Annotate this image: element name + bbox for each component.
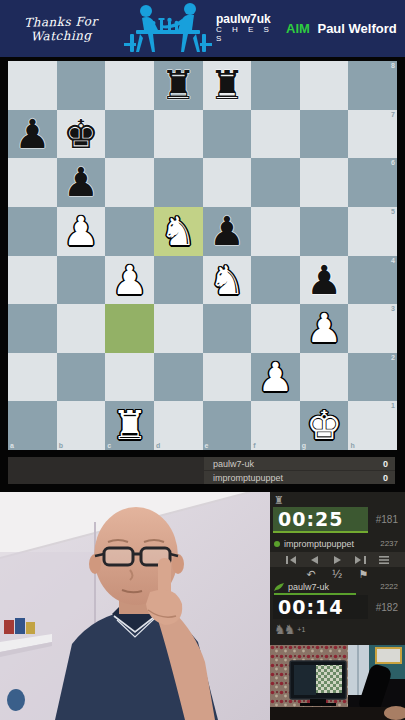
banner-tagline: Thanks For Watching — [0, 13, 122, 43]
game-number-top: #181 — [376, 514, 398, 525]
square-f5[interactable] — [251, 207, 300, 256]
captured-pieces: ♞♞ +1 — [274, 622, 305, 637]
square-e5[interactable]: ♟ — [203, 207, 252, 256]
square-h3[interactable]: 3 — [348, 304, 397, 353]
square-h4[interactable]: 4 — [348, 256, 397, 305]
square-a4[interactable] — [8, 256, 57, 305]
square-a3[interactable] — [8, 304, 57, 353]
square-a8[interactable] — [8, 61, 57, 110]
file-label: g — [302, 442, 306, 449]
streamer-title: AIM Paul Welford — [286, 21, 397, 36]
file-label: h — [350, 442, 354, 449]
square-c2[interactable] — [105, 353, 154, 402]
square-g4[interactable]: ♟ — [300, 256, 349, 305]
right-column: ♜ 00:25 #181 impromptupuppet 2237 — [270, 492, 405, 720]
square-a5[interactable] — [8, 207, 57, 256]
square-c5[interactable] — [105, 207, 154, 256]
square-b5[interactable]: ♟ — [57, 207, 106, 256]
square-h6[interactable]: 6 — [348, 158, 397, 207]
last-move-button[interactable] — [355, 555, 367, 564]
black-king[interactable]: ♚ — [57, 110, 106, 159]
square-g6[interactable] — [300, 158, 349, 207]
file-label: f — [253, 442, 255, 449]
opponent-clock: 00:25 — [273, 507, 368, 533]
lichess-clock-panel: ♜ 00:25 #181 impromptupuppet 2237 — [270, 492, 405, 645]
square-g1[interactable]: ♚g — [300, 401, 349, 450]
first-move-button[interactable] — [286, 555, 298, 564]
square-h7[interactable]: 7 — [348, 110, 397, 159]
square-d4[interactable] — [154, 256, 203, 305]
square-d2[interactable] — [154, 353, 203, 402]
black-pawn[interactable]: ♟ — [300, 256, 349, 305]
white-knight[interactable]: ♞ — [154, 207, 203, 256]
streamer-rating: 2222 — [380, 582, 398, 591]
black-pawn[interactable]: ♟ — [57, 158, 106, 207]
black-pawn[interactable]: ♟ — [8, 110, 57, 159]
streamer-username: paulw7-uk — [288, 582, 356, 592]
white-pawn[interactable]: ♟ — [57, 207, 106, 256]
captured-knights-icon: ♞♞ — [274, 622, 293, 637]
score-value: 0 — [383, 473, 395, 483]
file-label: d — [156, 442, 160, 449]
scoreboard-spacer — [8, 457, 204, 484]
square-b4[interactable] — [57, 256, 106, 305]
rank-label: 6 — [391, 159, 395, 166]
black-pawn[interactable]: ♟ — [203, 207, 252, 256]
square-e1[interactable]: e — [203, 401, 252, 450]
square-e6[interactable] — [203, 158, 252, 207]
rank-label: 4 — [391, 257, 395, 264]
square-c8[interactable] — [105, 61, 154, 110]
prev-move-button[interactable] — [309, 555, 321, 564]
black-rook[interactable]: ♜ — [203, 61, 252, 110]
square-d6[interactable] — [154, 158, 203, 207]
white-rook[interactable]: ♜ — [105, 401, 154, 450]
white-pawn[interactable]: ♟ — [251, 353, 300, 402]
chess-players-logo-icon — [122, 3, 214, 55]
webcam-scene — [0, 492, 270, 720]
draw-offer-button[interactable]: ½ — [332, 569, 343, 580]
square-a7[interactable]: ♟ — [8, 110, 57, 159]
square-d8[interactable]: ♜ — [154, 61, 203, 110]
white-knight[interactable]: ♞ — [203, 256, 252, 305]
square-e4[interactable]: ♞ — [203, 256, 252, 305]
opponent-clock-time: 00:25 — [273, 508, 343, 530]
rank-label: 2 — [391, 354, 395, 361]
top-banner: Thanks For Watching paulw7uk C H — [0, 0, 405, 57]
square-d3[interactable] — [154, 304, 203, 353]
square-g8[interactable] — [300, 61, 349, 110]
streamer-name: Paul Welford — [317, 21, 396, 36]
webcam-video — [0, 492, 270, 720]
square-c7[interactable] — [105, 110, 154, 159]
white-pawn[interactable]: ♟ — [300, 304, 349, 353]
square-b3[interactable] — [57, 304, 106, 353]
square-d7[interactable] — [154, 110, 203, 159]
picture-frame — [376, 648, 401, 663]
square-a1[interactable]: a — [8, 401, 57, 450]
rank-label: 1 — [391, 402, 395, 409]
streamer-clock: 00:14 — [273, 595, 368, 619]
opponent-rating: 2237 — [380, 539, 398, 548]
takeback-button[interactable]: ↶ — [307, 569, 316, 580]
next-move-button[interactable] — [332, 555, 344, 564]
square-b7[interactable]: ♚ — [57, 110, 106, 159]
score-player-name: paulw7-uk — [204, 459, 383, 469]
square-d5[interactable]: ♞ — [154, 207, 203, 256]
streamer-row: paulw7-uk — [274, 580, 356, 595]
file-label: c — [107, 442, 111, 449]
white-pawn[interactable]: ♟ — [105, 256, 154, 305]
square-c4[interactable]: ♟ — [105, 256, 154, 305]
spectate-rook-icon: ♜ — [274, 494, 284, 507]
square-b8[interactable] — [57, 61, 106, 110]
leaf-icon — [274, 583, 284, 591]
square-f2[interactable]: ♟ — [251, 353, 300, 402]
square-h8[interactable]: 8 — [348, 61, 397, 110]
aim-title: AIM — [286, 21, 310, 36]
square-a6[interactable] — [8, 158, 57, 207]
game-number-bottom: #182 — [376, 602, 398, 613]
rank-label: 3 — [391, 305, 395, 312]
black-rook[interactable]: ♜ — [154, 61, 203, 110]
square-f8[interactable] — [251, 61, 300, 110]
score-player-name: impromptupuppet — [204, 473, 383, 483]
square-b1[interactable]: b — [57, 401, 106, 450]
room-scene — [270, 645, 405, 720]
square-g5[interactable] — [300, 207, 349, 256]
file-label: b — [59, 442, 63, 449]
monitor — [290, 661, 346, 706]
score-value: 0 — [383, 459, 395, 469]
material-advantage: +1 — [297, 626, 305, 633]
square-e3[interactable] — [203, 304, 252, 353]
scoreboard-table: paulw7-uk 0 impromptupuppet 0 — [204, 457, 395, 484]
room-camera-view — [270, 645, 405, 720]
square-f6[interactable] — [251, 158, 300, 207]
square-f3[interactable] — [251, 304, 300, 353]
online-dot-icon — [274, 541, 280, 547]
board-menu-icon[interactable] — [378, 555, 390, 564]
square-f4[interactable] — [251, 256, 300, 305]
stream-frame: Thanks For Watching paulw7uk C H — [0, 0, 405, 720]
rank-label: 7 — [391, 111, 395, 118]
square-h2[interactable]: 2 — [348, 353, 397, 402]
square-b2[interactable] — [57, 353, 106, 402]
square-d1[interactable]: d — [154, 401, 203, 450]
chess-board[interactable]: ♜♜8♟♚7♟6♟♞♟5♟♞♟4♟3♟2ab♜cdef♚gh1 — [8, 61, 397, 450]
file-label: e — [205, 442, 209, 449]
square-e2[interactable] — [203, 353, 252, 402]
square-g3[interactable]: ♟ — [300, 304, 349, 353]
square-h5[interactable]: 5 — [348, 207, 397, 256]
square-g2[interactable] — [300, 353, 349, 402]
score-row-black: impromptupuppet 0 — [204, 471, 395, 484]
rank-label: 5 — [391, 208, 395, 215]
streamer-clock-time: 00:14 — [273, 596, 343, 618]
score-row-white: paulw7-uk 0 — [204, 457, 395, 471]
square-c1[interactable]: ♜c — [105, 401, 154, 450]
file-label: a — [10, 442, 14, 449]
match-scoreboard: paulw7-uk 0 impromptupuppet 0 — [8, 457, 395, 484]
square-e7[interactable] — [203, 110, 252, 159]
square-e8[interactable]: ♜ — [203, 61, 252, 110]
square-c6[interactable] — [105, 158, 154, 207]
brand-subtitle: C H E S S — [216, 26, 278, 44]
square-f1[interactable]: f — [251, 401, 300, 450]
square-f7[interactable] — [251, 110, 300, 159]
square-h1[interactable]: h1 — [348, 401, 397, 450]
square-c3[interactable] — [105, 304, 154, 353]
brand-text: paulw7uk C H E S S — [216, 13, 278, 44]
square-b6[interactable]: ♟ — [57, 158, 106, 207]
white-king[interactable]: ♚ — [300, 401, 349, 450]
square-a2[interactable] — [8, 353, 57, 402]
rank-label: 8 — [391, 62, 395, 69]
move-nav-bar — [270, 552, 405, 567]
square-g7[interactable] — [300, 110, 349, 159]
resign-button[interactable]: ⚑ — [359, 569, 369, 580]
